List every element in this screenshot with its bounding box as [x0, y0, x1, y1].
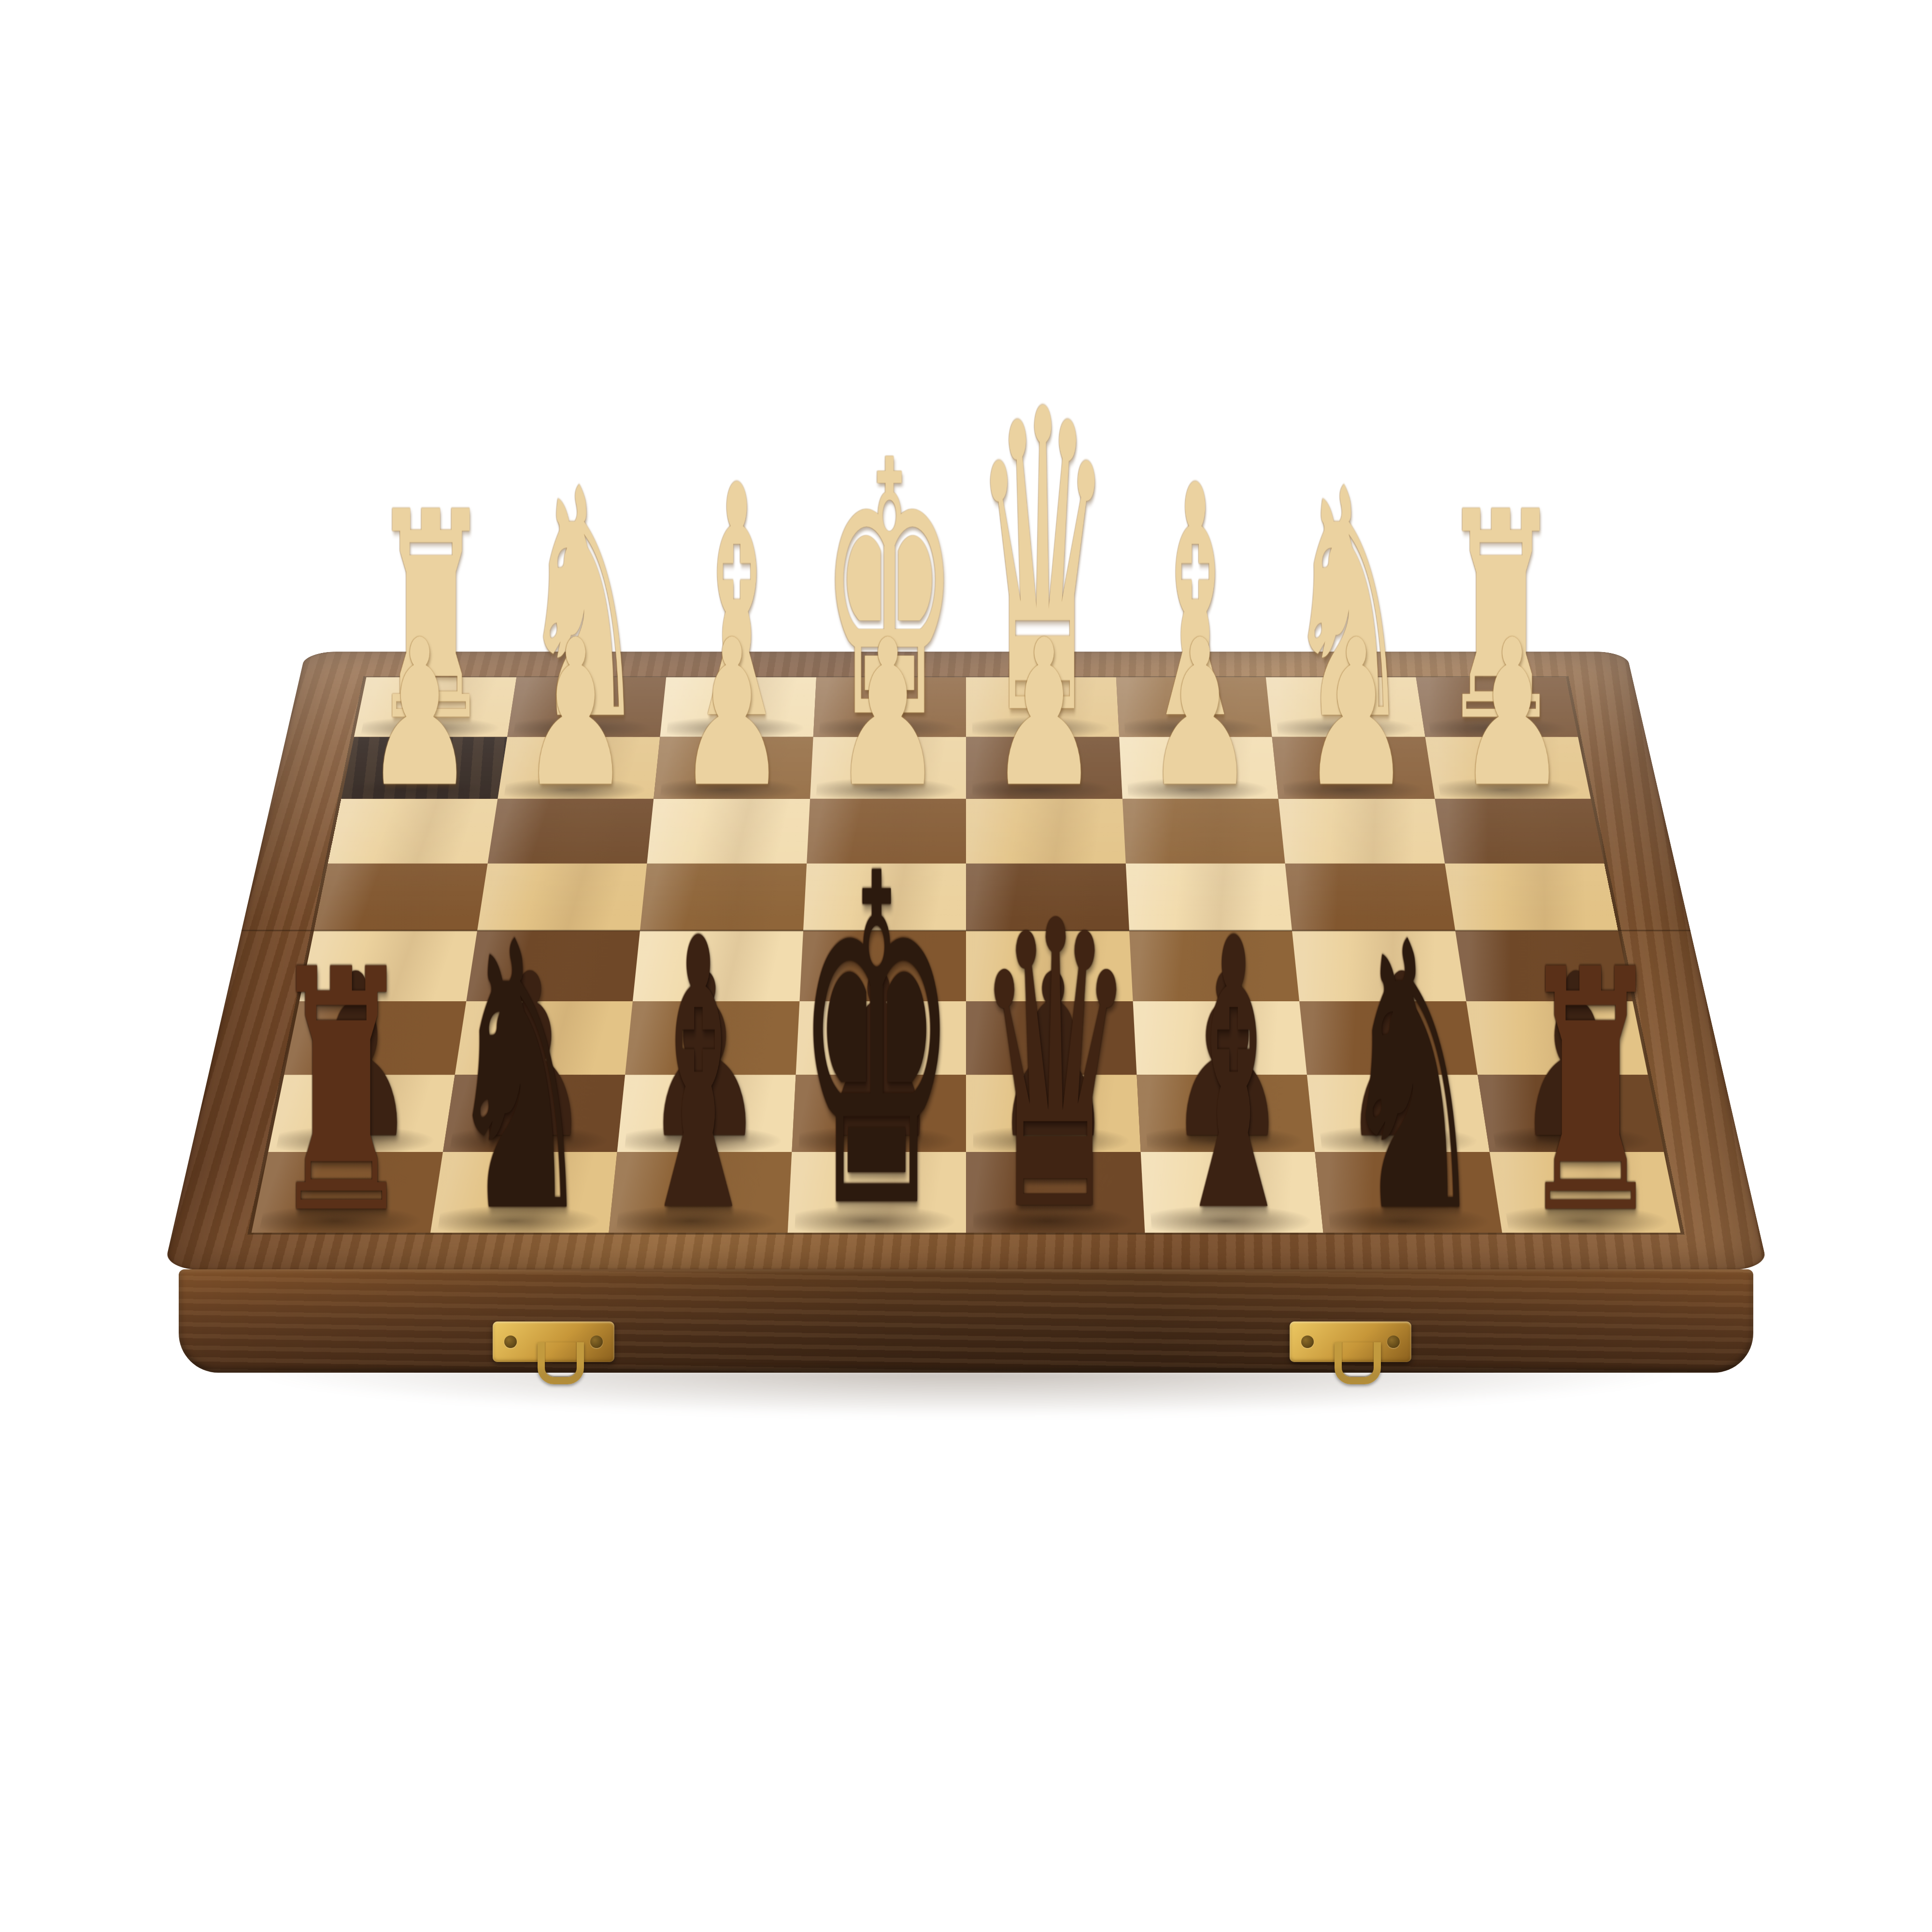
square-g3[interactable] [487, 799, 653, 864]
square-c2[interactable]: ♟ [1119, 737, 1279, 798]
square-g2[interactable]: ♟ [497, 737, 660, 798]
board-front-edge [179, 1269, 1753, 1373]
black-bishop[interactable]: ♝ [634, 925, 763, 1230]
black-queen[interactable]: ♛ [975, 907, 1136, 1230]
square-f3[interactable] [647, 799, 810, 864]
latch-screw-icon [590, 1335, 603, 1348]
white-pawn[interactable]: ♟ [989, 632, 1099, 797]
product-photo-scene: ♜♞♝♚♛♝♞♜♟♟♟♟♟♟♟♟♟♟♟♟♟♟♟♟♜♞♝♚♛♝♞♜ [0, 0, 1932, 1932]
square-a3[interactable] [1435, 799, 1604, 864]
square-d2[interactable]: ♟ [966, 737, 1122, 798]
square-f2[interactable]: ♟ [653, 737, 813, 798]
black-knight[interactable]: ♞ [446, 928, 593, 1230]
square-g8[interactable]: ♞ [430, 1152, 617, 1233]
white-pawn[interactable]: ♟ [833, 632, 943, 797]
latch-screw-icon [504, 1335, 517, 1348]
black-rook[interactable]: ♜ [1519, 957, 1662, 1230]
brass-latch-left [493, 1321, 614, 1362]
white-pawn[interactable]: ♟ [365, 632, 475, 797]
white-pawn[interactable]: ♟ [1145, 632, 1255, 797]
latch-screw-icon [1387, 1335, 1400, 1348]
square-c3[interactable] [1122, 799, 1285, 864]
board-cast-shadow [261, 1370, 1671, 1416]
latch-screw-icon [1301, 1335, 1314, 1348]
brass-latch-right [1290, 1321, 1411, 1362]
square-a2[interactable]: ♟ [1425, 737, 1591, 798]
black-bishop[interactable]: ♝ [1169, 925, 1298, 1230]
square-e8[interactable]: ♚ [787, 1152, 966, 1233]
board-grid: ♜♞♝♚♛♝♞♜♟♟♟♟♟♟♟♟♟♟♟♟♟♟♟♟♜♞♝♚♛♝♞♜ [252, 677, 1681, 1233]
black-king[interactable]: ♚ [796, 857, 957, 1230]
square-c8[interactable]: ♝ [1140, 1152, 1323, 1233]
black-rook[interactable]: ♜ [270, 957, 413, 1230]
white-pawn[interactable]: ♟ [1302, 632, 1411, 797]
chess-board: ♜♞♝♚♛♝♞♜♟♟♟♟♟♟♟♟♟♟♟♟♟♟♟♟♜♞♝♚♛♝♞♜ [164, 652, 1769, 1270]
white-pawn[interactable]: ♟ [1458, 632, 1567, 797]
square-h3[interactable] [328, 799, 497, 864]
square-b3[interactable] [1279, 799, 1445, 864]
square-h8[interactable]: ♜ [252, 1152, 443, 1233]
square-h2[interactable]: ♟ [341, 737, 507, 798]
square-a8[interactable]: ♜ [1490, 1152, 1681, 1233]
square-d8[interactable]: ♛ [966, 1152, 1145, 1233]
square-b8[interactable]: ♞ [1315, 1152, 1502, 1233]
black-knight[interactable]: ♞ [1339, 928, 1486, 1230]
white-pawn[interactable]: ♟ [521, 632, 631, 797]
white-pawn[interactable]: ♟ [677, 632, 787, 797]
square-f8[interactable]: ♝ [609, 1152, 791, 1233]
square-b2[interactable]: ♟ [1272, 737, 1435, 798]
